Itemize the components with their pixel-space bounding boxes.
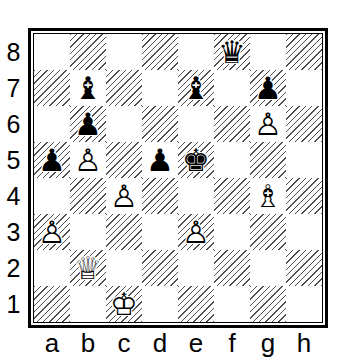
piece-halo: ♟	[70, 106, 106, 142]
rank-label-1: 1	[0, 286, 27, 322]
square-g3[interactable]	[250, 214, 286, 250]
piece-halo: ♝	[250, 178, 286, 214]
square-c1[interactable]: ♚♔	[106, 286, 142, 322]
square-f5[interactable]	[214, 142, 250, 178]
piece-halo: ♝	[178, 70, 214, 106]
square-d8[interactable]	[142, 34, 178, 70]
square-h8[interactable]	[286, 34, 322, 70]
rank-labels: 87654321	[0, 34, 27, 322]
square-c2[interactable]	[106, 250, 142, 286]
black-queen-icon: ♛	[214, 34, 250, 70]
square-e6[interactable]	[178, 106, 214, 142]
piece-halo: ♟	[34, 142, 70, 178]
file-label-d: d	[142, 328, 178, 358]
square-e5[interactable]: ♚♚	[178, 142, 214, 178]
square-h5[interactable]	[286, 142, 322, 178]
white-pawn-icon: ♙	[250, 106, 286, 142]
white-king-icon: ♔	[106, 286, 142, 322]
square-g6[interactable]: ♟♙	[250, 106, 286, 142]
file-labels: abcdefgh	[34, 328, 322, 358]
square-h3[interactable]	[286, 214, 322, 250]
square-c5[interactable]	[106, 142, 142, 178]
board-border: ♛♛♝♝♝♝♟♟♟♟♟♙♟♟♟♙♟♟♚♚♟♙♝♗♟♙♟♙♛♕♚♔	[28, 28, 328, 328]
black-bishop-icon: ♝	[70, 70, 106, 106]
square-c8[interactable]	[106, 34, 142, 70]
square-b1[interactable]	[70, 286, 106, 322]
square-b4[interactable]	[70, 178, 106, 214]
square-e7[interactable]: ♝♝	[178, 70, 214, 106]
square-e8[interactable]	[178, 34, 214, 70]
black-king-icon: ♚	[178, 142, 214, 178]
piece-halo: ♟	[142, 142, 178, 178]
square-f3[interactable]	[214, 214, 250, 250]
piece-halo: ♟	[106, 178, 142, 214]
rank-label-4: 4	[0, 178, 27, 214]
black-pawn-icon: ♟	[34, 142, 70, 178]
square-d6[interactable]	[142, 106, 178, 142]
square-b6[interactable]: ♟♟	[70, 106, 106, 142]
square-h7[interactable]	[286, 70, 322, 106]
file-label-e: e	[178, 328, 214, 358]
black-pawn-icon: ♟	[142, 142, 178, 178]
square-a2[interactable]	[34, 250, 70, 286]
square-d1[interactable]	[142, 286, 178, 322]
rank-label-2: 2	[0, 250, 27, 286]
piece-halo: ♚	[106, 286, 142, 322]
square-d2[interactable]	[142, 250, 178, 286]
piece-halo: ♟	[250, 70, 286, 106]
board-inner-border: ♛♛♝♝♝♝♟♟♟♟♟♙♟♟♟♙♟♟♚♚♟♙♝♗♟♙♟♙♛♕♚♔	[33, 33, 323, 323]
square-e2[interactable]	[178, 250, 214, 286]
square-c4[interactable]: ♟♙	[106, 178, 142, 214]
board-grid: ♛♛♝♝♝♝♟♟♟♟♟♙♟♟♟♙♟♟♚♚♟♙♝♗♟♙♟♙♛♕♚♔	[34, 34, 322, 322]
piece-halo: ♟	[70, 142, 106, 178]
square-a8[interactable]	[34, 34, 70, 70]
square-h4[interactable]	[286, 178, 322, 214]
black-pawn-icon: ♟	[250, 70, 286, 106]
square-d4[interactable]	[142, 178, 178, 214]
white-bishop-icon: ♗	[250, 178, 286, 214]
square-h6[interactable]	[286, 106, 322, 142]
square-a5[interactable]: ♟♟	[34, 142, 70, 178]
square-a1[interactable]	[34, 286, 70, 322]
square-b7[interactable]: ♝♝	[70, 70, 106, 106]
file-label-b: b	[70, 328, 106, 358]
rank-label-7: 7	[0, 70, 27, 106]
piece-halo: ♚	[178, 142, 214, 178]
square-b8[interactable]	[70, 34, 106, 70]
square-g5[interactable]	[250, 142, 286, 178]
black-bishop-icon: ♝	[178, 70, 214, 106]
square-g1[interactable]	[250, 286, 286, 322]
square-f1[interactable]	[214, 286, 250, 322]
file-label-g: g	[250, 328, 286, 358]
white-pawn-icon: ♙	[34, 214, 70, 250]
square-d5[interactable]: ♟♟	[142, 142, 178, 178]
rank-label-8: 8	[0, 34, 27, 70]
square-e3[interactable]: ♟♙	[178, 214, 214, 250]
square-c3[interactable]	[106, 214, 142, 250]
square-a4[interactable]	[34, 178, 70, 214]
square-f6[interactable]	[214, 106, 250, 142]
square-b2[interactable]: ♛♕	[70, 250, 106, 286]
square-a3[interactable]: ♟♙	[34, 214, 70, 250]
square-f7[interactable]	[214, 70, 250, 106]
file-label-f: f	[214, 328, 250, 358]
square-d3[interactable]	[142, 214, 178, 250]
square-b3[interactable]	[70, 214, 106, 250]
square-b5[interactable]: ♟♙	[70, 142, 106, 178]
white-pawn-icon: ♙	[106, 178, 142, 214]
square-g4[interactable]: ♝♗	[250, 178, 286, 214]
square-h2[interactable]	[286, 250, 322, 286]
black-pawn-icon: ♟	[70, 106, 106, 142]
square-h1[interactable]	[286, 286, 322, 322]
file-label-h: h	[286, 328, 322, 358]
square-d7[interactable]	[142, 70, 178, 106]
piece-halo: ♟	[34, 214, 70, 250]
white-pawn-icon: ♙	[70, 142, 106, 178]
piece-halo: ♝	[70, 70, 106, 106]
rank-label-5: 5	[0, 142, 27, 178]
square-f2[interactable]	[214, 250, 250, 286]
white-queen-icon: ♕	[70, 250, 106, 286]
square-g8[interactable]	[250, 34, 286, 70]
file-label-c: c	[106, 328, 142, 358]
white-pawn-icon: ♙	[178, 214, 214, 250]
square-e1[interactable]	[178, 286, 214, 322]
piece-halo: ♛	[214, 34, 250, 70]
square-f8[interactable]: ♛♛	[214, 34, 250, 70]
file-label-a: a	[34, 328, 70, 358]
piece-halo: ♟	[250, 106, 286, 142]
square-c6[interactable]	[106, 106, 142, 142]
rank-label-6: 6	[0, 106, 27, 142]
square-a6[interactable]	[34, 106, 70, 142]
square-a7[interactable]	[34, 70, 70, 106]
square-f4[interactable]	[214, 178, 250, 214]
piece-halo: ♟	[178, 214, 214, 250]
square-e4[interactable]	[178, 178, 214, 214]
piece-halo: ♛	[70, 250, 106, 286]
rank-label-3: 3	[0, 214, 27, 250]
square-g7[interactable]: ♟♟	[250, 70, 286, 106]
square-c7[interactable]	[106, 70, 142, 106]
square-g2[interactable]	[250, 250, 286, 286]
